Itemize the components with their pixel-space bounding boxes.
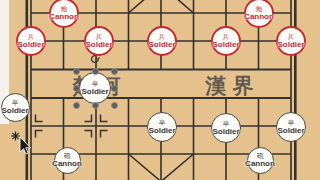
piece-black-soldier[interactable]: 卒Soldier bbox=[1, 93, 30, 122]
pieces-layer: 炮Cannon炮Cannon兵Soldier兵Soldier兵Soldier兵S… bbox=[0, 0, 320, 180]
piece-red-cannon[interactable]: 炮Cannon bbox=[244, 0, 274, 28]
piece-label: Soldier bbox=[277, 126, 304, 135]
piece-character: 兵 bbox=[96, 33, 103, 40]
piece-label: Cannon bbox=[244, 12, 274, 21]
piece-label: Soldier bbox=[17, 40, 44, 49]
piece-black-soldier[interactable]: 卒Soldier bbox=[147, 112, 177, 142]
piece-character: 炮 bbox=[61, 5, 68, 12]
piece-label: Soldier bbox=[85, 40, 112, 49]
piece-red-soldier[interactable]: 兵Soldier bbox=[276, 26, 306, 56]
piece-character: 兵 bbox=[223, 33, 230, 40]
piece-character: 兵 bbox=[159, 33, 166, 40]
piece-label: Soldier bbox=[148, 126, 175, 135]
piece-character: 卒 bbox=[223, 120, 230, 127]
piece-label: Cannon bbox=[49, 12, 79, 21]
piece-red-soldier[interactable]: 兵Soldier bbox=[147, 26, 177, 56]
piece-character: 炮 bbox=[256, 5, 263, 12]
piece-label: Soldier bbox=[212, 40, 239, 49]
piece-black-soldier[interactable]: 卒Soldier bbox=[211, 113, 241, 143]
piece-character: 卒 bbox=[288, 119, 295, 126]
piece-label: Cannon bbox=[245, 159, 275, 168]
piece-label: Soldier bbox=[277, 40, 304, 49]
piece-label: Cannon bbox=[52, 159, 82, 168]
piece-character: 卒 bbox=[12, 99, 19, 106]
piece-red-cannon[interactable]: 炮Cannon bbox=[49, 0, 79, 28]
piece-character: 砲 bbox=[257, 152, 264, 159]
piece-red-soldier[interactable]: 兵Soldier bbox=[16, 26, 46, 56]
xiangqi-board[interactable]: 楚 河 漢 界 炮Cannon炮Cannon兵Soldier兵Soldier兵S… bbox=[0, 0, 320, 180]
piece-black-cannon[interactable]: 砲Cannon bbox=[54, 147, 81, 174]
piece-character: 砲 bbox=[64, 152, 71, 159]
piece-character: 兵 bbox=[288, 33, 295, 40]
piece-character: 卒 bbox=[92, 80, 99, 87]
piece-red-soldier[interactable]: 兵Soldier bbox=[84, 26, 114, 56]
piece-label: Soldier bbox=[81, 87, 108, 96]
piece-character: 卒 bbox=[159, 119, 166, 126]
piece-character: 兵 bbox=[28, 33, 35, 40]
piece-label: Soldier bbox=[1, 106, 28, 115]
piece-black-soldier[interactable]: 卒Soldier bbox=[79, 72, 111, 104]
arrow-pointer bbox=[20, 137, 31, 154]
piece-black-cannon[interactable]: 砲Cannon bbox=[247, 147, 274, 174]
mouse-cursor bbox=[10, 130, 34, 158]
piece-black-soldier[interactable]: 卒Soldier bbox=[276, 112, 306, 142]
sparkle-icon bbox=[11, 132, 20, 141]
piece-label: Soldier bbox=[148, 40, 175, 49]
piece-red-soldier[interactable]: 兵Soldier bbox=[211, 26, 241, 56]
piece-label: Soldier bbox=[212, 127, 239, 136]
